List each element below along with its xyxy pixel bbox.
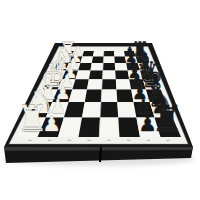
board-square [85, 90, 102, 103]
board-square [92, 57, 104, 63]
coordinate-mark [107, 140, 110, 141]
board-square [118, 118, 140, 138]
chess-piece-r: ♜ [151, 98, 183, 139]
chess-set: ♜♟♟♜♞♟♟♞♝♟♟♝♛♟♟♛♚♟♟♚♝♟♟♝♞♟♟♞♜♟♟♜ [0, 0, 200, 200]
board-square [87, 79, 102, 89]
coordinate-mark [28, 140, 31, 141]
board-square [117, 102, 136, 117]
board-square [101, 90, 117, 103]
board-square [79, 118, 101, 138]
coordinate-mark [167, 140, 170, 141]
coordinate-mark [68, 140, 71, 141]
board-square [100, 102, 118, 117]
board-square [117, 90, 134, 103]
coordinate-mark [147, 140, 150, 141]
board-square [82, 102, 101, 117]
board-square [93, 51, 104, 57]
coordinate-mark [48, 140, 51, 141]
board-square [103, 57, 115, 63]
board-square [91, 63, 104, 71]
board-square [99, 118, 120, 138]
chess-piece-P: ♟ [42, 112, 61, 136]
board-square [103, 63, 115, 71]
board-square [102, 71, 115, 80]
case-hinge-seam [100, 147, 101, 162]
coordinate-mark [127, 140, 130, 141]
board-square [104, 51, 115, 57]
coordinate-mark [88, 140, 91, 141]
board-square [82, 51, 94, 57]
board-square [102, 79, 117, 89]
product-photo: Folding magnetic travel chess set photog… [0, 0, 200, 200]
board-square [89, 71, 103, 80]
chess-set-photo: ♜♟♟♜♞♟♟♞♝♟♟♝♛♟♟♛♚♟♟♚♝♟♟♝♞♟♟♞♜♟♟♜ [0, 0, 200, 200]
